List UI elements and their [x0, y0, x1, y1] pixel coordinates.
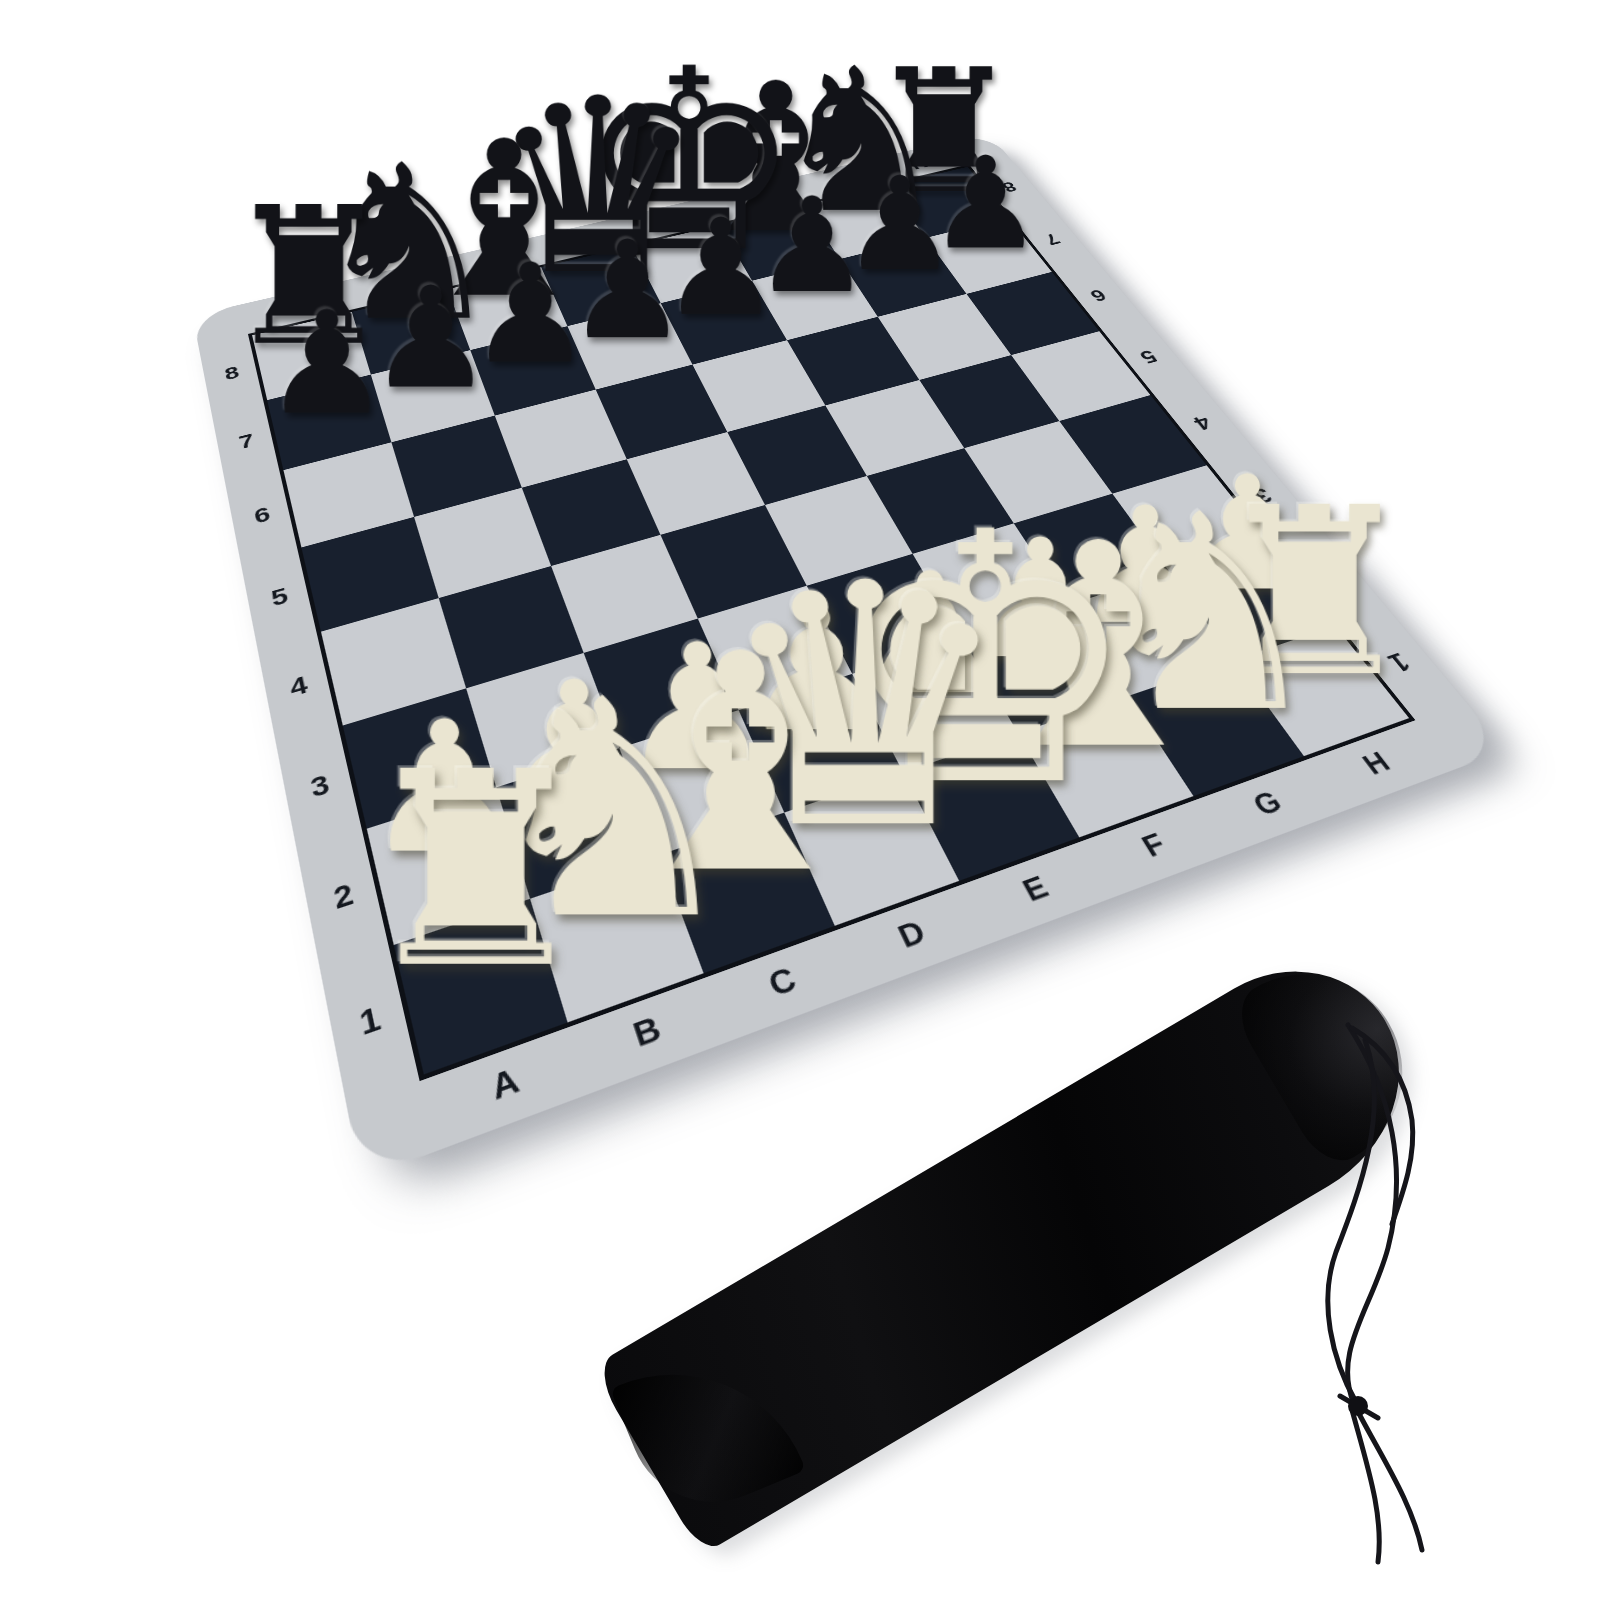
- cord-knot: [1348, 1396, 1368, 1416]
- piece-black-pawn-a7[interactable]: ♟: [204, 292, 450, 434]
- piece-white-rook-a1[interactable]: ♜: [310, 736, 643, 1005]
- product-photo-scene: AABBCCDDEEFFGGHH1122334455667788 ♜♞♝♛♚♝♞…: [0, 0, 1600, 1600]
